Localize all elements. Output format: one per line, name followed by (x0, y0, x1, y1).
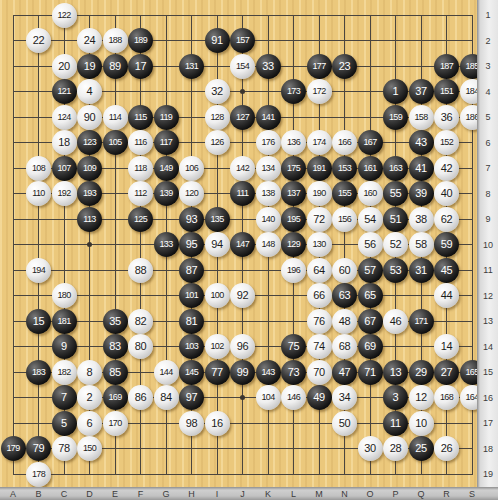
stone-W118: 118 (128, 156, 153, 181)
stone-B77: 77 (205, 360, 230, 385)
stone-B75: 75 (281, 334, 306, 359)
stone-move-number: 126 (210, 138, 223, 147)
stone-B19: 19 (77, 54, 102, 79)
stone-B127: 127 (230, 105, 255, 130)
stone-move-number: 26 (441, 443, 453, 454)
stone-move-number: 5 (61, 418, 67, 429)
stone-B161: 161 (358, 156, 383, 181)
stone-B73: 73 (281, 360, 306, 385)
column-label-E: E (112, 489, 118, 499)
stone-W170: 170 (103, 411, 128, 436)
stone-B53: 53 (383, 258, 408, 283)
stone-B1: 1 (383, 79, 408, 104)
stone-B23: 23 (332, 54, 357, 79)
stone-move-number: 65 (364, 290, 376, 301)
row-label-9: 9 (485, 214, 490, 224)
hoshi-point-J16 (240, 395, 245, 400)
stone-W182: 182 (52, 360, 77, 385)
stone-B27: 27 (434, 360, 459, 385)
stone-B155: 155 (332, 181, 357, 206)
stone-move-number: 190 (312, 189, 325, 198)
stone-move-number: 40 (441, 188, 453, 199)
stone-B131: 131 (179, 54, 204, 79)
stone-move-number: 86 (135, 392, 147, 403)
stone-B29: 29 (409, 360, 434, 385)
row-label-5: 5 (485, 112, 490, 122)
stone-B97: 97 (179, 385, 204, 410)
stone-move-number: 111 (237, 189, 249, 198)
stone-B83: 83 (103, 334, 128, 359)
row-label-14: 14 (483, 342, 493, 352)
stone-move-number: 78 (58, 443, 70, 454)
hoshi-point-D10 (87, 242, 92, 247)
stone-move-number: 91 (211, 35, 223, 46)
stone-B121: 121 (52, 79, 77, 104)
stone-W52: 52 (383, 232, 408, 257)
stone-W14: 14 (434, 334, 459, 359)
stone-move-number: 171 (414, 317, 427, 326)
stone-W16: 16 (205, 411, 230, 436)
stone-W128: 128 (205, 105, 230, 130)
grid-line-vertical-B (38, 15, 39, 475)
stone-move-number: 147 (236, 240, 249, 249)
stone-W20: 20 (52, 54, 77, 79)
stone-move-number: 159 (389, 113, 402, 122)
stone-W146: 146 (281, 385, 306, 410)
stone-move-number: 10 (415, 418, 427, 429)
stone-B89: 89 (103, 54, 128, 79)
stone-move-number: 69 (364, 341, 376, 352)
stone-W180: 180 (52, 283, 77, 308)
stone-B99: 99 (230, 360, 255, 385)
stone-B45: 45 (434, 258, 459, 283)
stone-W114: 114 (103, 105, 128, 130)
stone-W176: 176 (256, 130, 281, 155)
stone-move-number: 75 (288, 341, 300, 352)
stone-move-number: 116 (134, 138, 147, 147)
stone-W80: 80 (128, 334, 153, 359)
stone-move-number: 104 (261, 393, 274, 402)
stone-W68: 68 (332, 334, 357, 359)
column-label-Q: Q (417, 489, 424, 499)
stone-B13: 13 (383, 360, 408, 385)
stone-move-number: 114 (109, 113, 122, 122)
stone-B123: 123 (77, 130, 102, 155)
stone-B171: 171 (409, 309, 434, 334)
stone-W142: 142 (230, 156, 255, 181)
stone-W42: 42 (434, 156, 459, 181)
stone-B51: 51 (383, 207, 408, 232)
stone-move-number: 20 (58, 61, 70, 72)
stone-move-number: 64 (313, 265, 325, 276)
column-label-A: A (10, 489, 16, 499)
row-label-12: 12 (483, 291, 493, 301)
column-label-D: D (86, 489, 93, 499)
stone-W74: 74 (307, 334, 332, 359)
stone-move-number: 16 (211, 418, 223, 429)
stone-move-number: 48 (339, 316, 351, 327)
stone-move-number: 50 (339, 418, 351, 429)
stone-move-number: 19 (84, 61, 96, 72)
stone-B25: 25 (409, 436, 434, 461)
stone-W56: 56 (358, 232, 383, 257)
stone-B67: 67 (358, 309, 383, 334)
stone-move-number: 14 (441, 341, 453, 352)
stone-B183: 183 (26, 360, 51, 385)
stone-move-number: 148 (261, 240, 274, 249)
stone-B57: 57 (358, 258, 383, 283)
stone-move-number: 131 (185, 62, 198, 71)
stone-B107: 107 (52, 156, 77, 181)
column-label-B: B (35, 489, 41, 499)
stone-move-number: 181 (57, 317, 70, 326)
stone-move-number: 107 (57, 164, 70, 173)
stone-move-number: 38 (415, 214, 427, 225)
column-label-R: R (443, 489, 450, 499)
stone-B115: 115 (128, 105, 153, 130)
stone-W90: 90 (77, 105, 102, 130)
stone-move-number: 42 (441, 163, 453, 174)
stone-W2: 2 (77, 385, 102, 410)
row-label-4: 4 (485, 87, 490, 97)
stone-B81: 81 (179, 309, 204, 334)
stone-move-number: 17 (135, 61, 147, 72)
stone-B93: 93 (179, 207, 204, 232)
stone-W92: 92 (230, 283, 255, 308)
stone-W34: 34 (332, 385, 357, 410)
stone-move-number: 143 (261, 368, 274, 377)
row-label-2: 2 (485, 36, 490, 46)
stone-move-number: 129 (287, 240, 300, 249)
stone-B173: 173 (281, 79, 306, 104)
stone-move-number: 152 (440, 138, 453, 147)
stone-move-number: 150 (83, 444, 96, 453)
stone-B159: 159 (383, 105, 408, 130)
stone-W140: 140 (256, 207, 281, 232)
stone-B35: 35 (103, 309, 128, 334)
stone-B157: 157 (230, 28, 255, 53)
stone-move-number: 62 (441, 214, 453, 225)
stone-W4: 4 (77, 79, 102, 104)
stone-W28: 28 (383, 436, 408, 461)
row-label-11: 11 (483, 265, 492, 275)
stone-move-number: 76 (313, 316, 325, 327)
stone-B49: 49 (307, 385, 332, 410)
stone-B181: 181 (52, 309, 77, 334)
stone-move-number: 166 (338, 138, 351, 147)
stone-W44: 44 (434, 283, 459, 308)
stone-W134: 134 (256, 156, 281, 181)
stone-B63: 63 (332, 283, 357, 308)
stone-move-number: 27 (441, 367, 453, 378)
stone-move-number: 109 (83, 164, 96, 173)
stone-W194: 194 (26, 258, 51, 283)
stone-move-number: 30 (364, 443, 376, 454)
stone-move-number: 178 (32, 470, 45, 479)
stone-move-number: 37 (415, 86, 427, 97)
stone-move-number: 13 (390, 367, 402, 378)
stone-B145: 145 (179, 360, 204, 385)
stone-move-number: 177 (312, 62, 325, 71)
stone-W168: 168 (434, 385, 459, 410)
stone-W66: 66 (307, 283, 332, 308)
stone-move-number: 179 (6, 444, 19, 453)
stone-move-number: 67 (364, 316, 376, 327)
stone-B151: 151 (434, 79, 459, 104)
stone-move-number: 134 (261, 164, 274, 173)
stone-move-number: 155 (338, 189, 351, 198)
stone-move-number: 151 (440, 87, 453, 96)
stone-W156: 156 (332, 207, 357, 232)
stone-move-number: 194 (32, 266, 45, 275)
stone-move-number: 71 (364, 367, 376, 378)
row-label-13: 13 (483, 316, 493, 326)
stone-W62: 62 (434, 207, 459, 232)
stone-B101: 101 (179, 283, 204, 308)
stone-move-number: 84 (160, 392, 172, 403)
stone-W122: 122 (52, 3, 77, 28)
stone-move-number: 153 (338, 164, 351, 173)
stone-W166: 166 (332, 130, 357, 155)
stone-move-number: 149 (159, 164, 172, 173)
stone-move-number: 189 (134, 36, 147, 45)
stone-B149: 149 (154, 156, 179, 181)
stone-move-number: 18 (58, 137, 70, 148)
stone-move-number: 31 (415, 265, 427, 276)
row-label-3: 3 (485, 61, 490, 71)
stone-W158: 158 (409, 105, 434, 130)
stone-move-number: 141 (261, 113, 274, 122)
stone-W60: 60 (332, 258, 357, 283)
stone-W72: 72 (307, 207, 332, 232)
stone-move-number: 56 (364, 239, 376, 250)
stone-W84: 84 (154, 385, 179, 410)
stone-W138: 138 (256, 181, 281, 206)
stone-W126: 126 (205, 130, 230, 155)
stone-W154: 154 (230, 54, 255, 79)
stone-move-number: 81 (186, 316, 198, 327)
stone-move-number: 140 (261, 215, 274, 224)
stone-move-number: 195 (287, 215, 300, 224)
stone-move-number: 175 (287, 164, 300, 173)
stone-move-number: 52 (390, 239, 402, 250)
column-label-H: H (188, 489, 195, 499)
stone-B119: 119 (154, 105, 179, 130)
stone-move-number: 85 (109, 367, 121, 378)
stone-move-number: 47 (339, 367, 351, 378)
stone-move-number: 169 (108, 393, 121, 402)
stone-move-number: 57 (364, 265, 376, 276)
stone-W64: 64 (307, 258, 332, 283)
stone-W58: 58 (409, 232, 434, 257)
stone-B39: 39 (409, 181, 434, 206)
stone-W22: 22 (26, 28, 51, 53)
stone-W98: 98 (179, 411, 204, 436)
stone-move-number: 54 (364, 214, 376, 225)
grid-line-vertical-A (13, 15, 14, 475)
stone-move-number: 161 (363, 164, 376, 173)
stone-B143: 143 (256, 360, 281, 385)
stone-B47: 47 (332, 360, 357, 385)
stone-W78: 78 (52, 436, 77, 461)
stone-move-number: 145 (185, 368, 198, 377)
stone-move-number: 82 (135, 316, 147, 327)
stone-move-number: 88 (135, 265, 147, 276)
stone-W160: 160 (358, 181, 383, 206)
stone-move-number: 23 (339, 61, 351, 72)
stone-move-number: 125 (134, 215, 147, 224)
stone-move-number: 33 (262, 61, 274, 72)
stone-W178: 178 (26, 462, 51, 487)
stone-move-number: 139 (159, 189, 172, 198)
stone-W94: 94 (205, 232, 230, 257)
stone-W108: 108 (26, 156, 51, 181)
stone-B109: 109 (77, 156, 102, 181)
stone-W104: 104 (256, 385, 281, 410)
stone-B195: 195 (281, 207, 306, 232)
stone-W54: 54 (358, 207, 383, 232)
stone-move-number: 74 (313, 341, 325, 352)
stone-move-number: 43 (415, 137, 427, 148)
stone-move-number: 44 (441, 290, 453, 301)
stone-W148: 148 (256, 232, 281, 257)
stone-move-number: 22 (33, 35, 45, 46)
stone-move-number: 55 (390, 188, 402, 199)
stone-move-number: 123 (83, 138, 96, 147)
row-label-18: 18 (483, 444, 493, 454)
stone-W150: 150 (77, 436, 102, 461)
row-label-6: 6 (485, 138, 490, 148)
stone-W26: 26 (434, 436, 459, 461)
stone-B3: 3 (383, 385, 408, 410)
stone-move-number: 183 (32, 368, 45, 377)
stone-move-number: 90 (84, 112, 96, 123)
stone-move-number: 3 (393, 392, 399, 403)
stone-move-number: 73 (288, 367, 300, 378)
stone-B153: 153 (332, 156, 357, 181)
stone-W70: 70 (307, 360, 332, 385)
stone-move-number: 156 (338, 215, 351, 224)
stone-W188: 188 (103, 28, 128, 53)
stone-move-number: 180 (57, 291, 70, 300)
stone-move-number: 133 (159, 240, 172, 249)
stone-move-number: 35 (109, 316, 121, 327)
stone-B85: 85 (103, 360, 128, 385)
row-label-19: 19 (483, 469, 493, 479)
stone-move-number: 25 (415, 443, 427, 454)
stone-W174: 174 (307, 130, 332, 155)
stone-move-number: 117 (160, 138, 173, 147)
stone-B137: 137 (281, 181, 306, 206)
column-label-O: O (366, 489, 373, 499)
stone-move-number: 101 (185, 291, 198, 300)
stone-move-number: 59 (441, 239, 453, 250)
stone-move-number: 11 (390, 418, 401, 429)
stone-move-number: 187 (440, 62, 453, 71)
stone-B41: 41 (409, 156, 434, 181)
stone-W12: 12 (409, 385, 434, 410)
stone-move-number: 122 (57, 11, 70, 20)
stone-B7: 7 (52, 385, 77, 410)
stone-move-number: 120 (185, 189, 198, 198)
stone-W124: 124 (52, 105, 77, 130)
stone-move-number: 34 (339, 392, 351, 403)
stone-W32: 32 (205, 79, 230, 104)
stone-B43: 43 (409, 130, 434, 155)
stone-move-number: 108 (32, 164, 45, 173)
stone-move-number: 6 (87, 418, 93, 429)
stone-move-number: 144 (159, 368, 172, 377)
stone-move-number: 70 (313, 367, 325, 378)
stone-move-number: 118 (134, 164, 147, 173)
stone-move-number: 113 (83, 215, 96, 224)
stone-move-number: 99 (237, 367, 249, 378)
stone-move-number: 137 (287, 189, 300, 198)
column-label-N: N (341, 489, 348, 499)
stone-W86: 86 (128, 385, 153, 410)
stone-move-number: 170 (108, 419, 121, 428)
stone-move-number: 28 (390, 443, 402, 454)
stone-move-number: 7 (61, 392, 67, 403)
stone-W130: 130 (307, 232, 332, 257)
column-label-J: J (240, 489, 245, 499)
stone-move-number: 89 (109, 61, 121, 72)
stone-W112: 112 (128, 181, 153, 206)
stone-B179: 179 (1, 436, 26, 461)
stone-W24: 24 (77, 28, 102, 53)
stone-B95: 95 (179, 232, 204, 257)
stone-move-number: 128 (210, 113, 223, 122)
stone-W50: 50 (332, 411, 357, 436)
row-label-7: 7 (485, 163, 490, 173)
stone-move-number: 188 (108, 36, 121, 45)
stone-W192: 192 (52, 181, 77, 206)
stone-move-number: 191 (312, 164, 325, 173)
stone-move-number: 77 (211, 367, 223, 378)
stone-move-number: 100 (210, 291, 223, 300)
stone-W152: 152 (434, 130, 459, 155)
hoshi-point-J4 (240, 89, 245, 94)
stone-move-number: 79 (33, 443, 45, 454)
stone-move-number: 138 (261, 189, 274, 198)
stone-B169: 169 (103, 385, 128, 410)
stone-move-number: 53 (390, 265, 402, 276)
stone-move-number: 106 (185, 164, 198, 173)
stone-move-number: 36 (441, 112, 453, 123)
stone-move-number: 63 (339, 290, 351, 301)
stone-move-number: 168 (440, 393, 453, 402)
stone-W190: 190 (307, 181, 332, 206)
stone-B71: 71 (358, 360, 383, 385)
grid-line-horizontal-1 (13, 15, 473, 16)
stone-B69: 69 (358, 334, 383, 359)
stone-move-number: 9 (61, 341, 67, 352)
stone-move-number: 29 (415, 367, 427, 378)
stone-move-number: 15 (33, 316, 45, 327)
stone-move-number: 87 (186, 265, 198, 276)
stone-B189: 189 (128, 28, 153, 53)
stone-B191: 191 (307, 156, 332, 181)
stone-B15: 15 (26, 309, 51, 334)
stone-move-number: 173 (287, 87, 300, 96)
stone-move-number: 97 (186, 392, 198, 403)
stone-move-number: 32 (211, 86, 223, 97)
go-board[interactable]: 1222224188189911572019891713115433177231… (0, 0, 498, 500)
stone-move-number: 130 (312, 240, 325, 249)
stone-B11: 11 (383, 411, 408, 436)
stone-W172: 172 (307, 79, 332, 104)
stone-W116: 116 (128, 130, 153, 155)
